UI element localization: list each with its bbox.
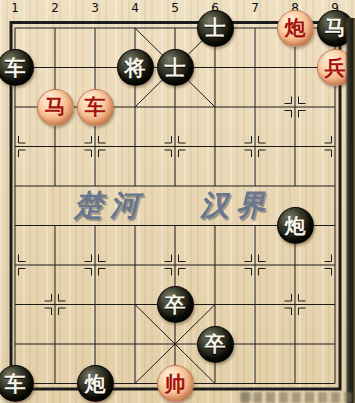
- watermark-logo-icon: [241, 392, 251, 402]
- pieces-layer: 士炮马车将士兵马车炮卒卒车炮帅: [0, 8, 355, 403]
- piece-black-chariot[interactable]: 车: [0, 365, 34, 402]
- right-edge-shadow: [345, 18, 355, 403]
- piece-red-general[interactable]: 帅: [157, 365, 194, 402]
- piece-black-advisor[interactable]: 士: [197, 10, 234, 47]
- piece-black-cannon[interactable]: 炮: [277, 207, 314, 244]
- piece-red-horse[interactable]: 马: [37, 89, 74, 126]
- piece-black-soldier[interactable]: 卒: [197, 326, 234, 363]
- piece-red-chariot[interactable]: 车: [77, 89, 114, 126]
- piece-black-soldier[interactable]: 卒: [157, 286, 194, 323]
- xiangqi-board: 123456789 楚河 汉界 士炮马车将士兵马车炮卒卒车炮帅: [0, 0, 355, 403]
- piece-black-chariot[interactable]: 车: [0, 49, 34, 86]
- piece-black-cannon[interactable]: 炮: [77, 365, 114, 402]
- watermark: [240, 392, 352, 403]
- piece-black-advisor[interactable]: 士: [157, 49, 194, 86]
- piece-red-cannon[interactable]: 炮: [277, 10, 314, 47]
- piece-black-general[interactable]: 将: [117, 49, 154, 86]
